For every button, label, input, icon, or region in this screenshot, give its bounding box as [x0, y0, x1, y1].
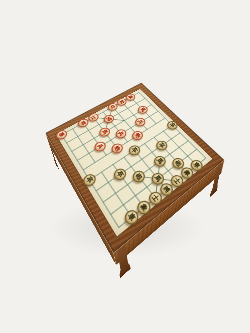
piece-red-cannon: 炮	[109, 142, 125, 156]
piece-red-horse: 馬	[136, 105, 150, 116]
piece-black-soldier: 卒	[154, 139, 170, 153]
piece-black-advisor: 士	[168, 173, 186, 190]
tabletop-frame: 車相仕仕相車帥馬馬兵兵兵炮炮車象士將士象車砲馬馬砲卒卒卒卒卒	[46, 83, 225, 253]
piece-black-soldier: 卒	[165, 119, 180, 131]
piece-red-rook: 車	[54, 129, 69, 142]
piece-black-soldier: 卒	[112, 166, 129, 182]
piece-black-horse: 馬	[152, 154, 169, 169]
piece-black-cannon: 砲	[130, 168, 147, 185]
piece-red-king: 帥	[102, 113, 116, 124]
piece-black-elephant: 象	[135, 198, 154, 218]
piece-black-rook: 車	[188, 158, 205, 173]
game-table: 車相仕仕相車帥馬馬兵兵兵炮炮車象士將士象車砲馬馬砲卒卒卒卒卒	[46, 83, 225, 253]
piece-red-horse: 馬	[97, 126, 112, 139]
piece-black-rook: 車	[122, 207, 141, 228]
piece-black-advisor: 士	[146, 189, 164, 208]
piece-red-cannon: 炮	[130, 129, 145, 142]
piece-red-soldier: 兵	[92, 140, 107, 154]
scene: 車相仕仕相車帥馬馬兵兵兵炮炮車象士將士象車砲馬馬砲卒卒卒卒卒	[0, 0, 250, 333]
piece-black-cannon: 砲	[170, 156, 187, 171]
piece-black-elephant: 象	[179, 165, 196, 181]
piece-black-general: 將	[158, 181, 176, 199]
piece-red-soldier: 兵	[133, 116, 147, 128]
piece-red-soldier: 兵	[114, 128, 129, 141]
piece-black-horse: 馬	[149, 171, 166, 188]
pieces-grid: 車相仕仕相車帥馬馬兵兵兵炮炮車象士將士象車砲馬馬砲卒卒卒卒卒	[54, 88, 216, 240]
board-surface: 車相仕仕相車帥馬馬兵兵兵炮炮車象士將士象車砲馬馬砲卒卒卒卒卒	[56, 89, 213, 237]
photo-canvas: 車相仕仕相車帥馬馬兵兵兵炮炮車象士將士象車砲馬馬砲卒卒卒卒卒	[0, 0, 250, 333]
piece-black-soldier: 卒	[81, 172, 98, 189]
piece-black-soldier: 卒	[127, 143, 143, 157]
